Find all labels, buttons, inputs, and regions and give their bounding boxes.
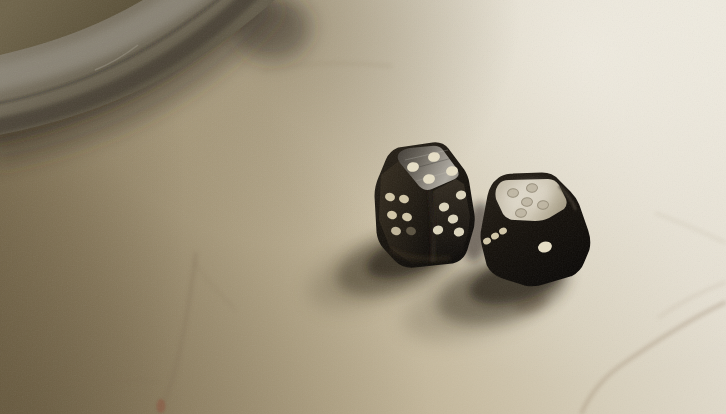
dice-photo bbox=[0, 0, 726, 414]
dice-photo-scene bbox=[0, 0, 726, 414]
photo-grain bbox=[0, 0, 726, 414]
